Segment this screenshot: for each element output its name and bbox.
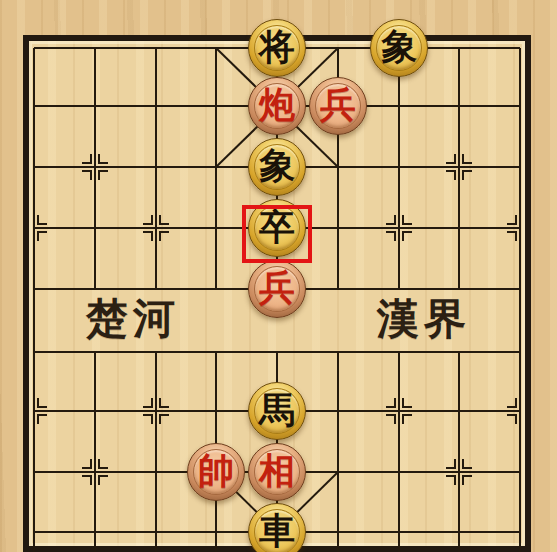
piece-glyph: 帥	[198, 453, 234, 489]
river-label-chu-he: 楚河	[86, 297, 180, 341]
piece-glyph: 兵	[259, 270, 295, 306]
xiangqi-board: 楚河 漢界 将象炮兵象卒兵馬帥相車	[0, 0, 557, 552]
last-move-highlight-box	[242, 205, 312, 263]
piece-glyph: 車	[259, 513, 295, 549]
piece-glyph: 馬	[259, 392, 295, 428]
piece-black-chariot[interactable]: 車	[248, 503, 306, 552]
piece-black-horse[interactable]: 馬	[248, 382, 306, 440]
piece-glyph: 象	[259, 148, 295, 184]
piece-face: 象	[376, 25, 422, 71]
piece-red-soldier-e[interactable]: 兵	[248, 260, 306, 318]
piece-red-cannon[interactable]: 炮	[248, 77, 306, 135]
piece-face: 将	[254, 25, 300, 71]
piece-black-elephant-center[interactable]: 象	[248, 138, 306, 196]
piece-red-soldier-f[interactable]: 兵	[309, 77, 367, 135]
piece-black-general[interactable]: 将	[248, 19, 306, 77]
piece-face: 兵	[315, 83, 361, 129]
piece-glyph: 将	[259, 29, 295, 65]
piece-glyph: 炮	[259, 87, 295, 123]
piece-face: 馬	[254, 388, 300, 434]
piece-face: 兵	[254, 266, 300, 312]
piece-face: 象	[254, 144, 300, 190]
piece-face: 車	[254, 509, 300, 552]
piece-glyph: 兵	[320, 87, 356, 123]
piece-face: 相	[254, 449, 300, 495]
river-label-han-jie: 漢界	[377, 297, 471, 341]
piece-glyph: 象	[381, 29, 417, 65]
piece-face: 帥	[193, 449, 239, 495]
piece-glyph: 相	[259, 453, 295, 489]
piece-face: 炮	[254, 83, 300, 129]
piece-black-elephant-right[interactable]: 象	[370, 19, 428, 77]
piece-red-elephant[interactable]: 相	[248, 443, 306, 501]
piece-red-general[interactable]: 帥	[187, 443, 245, 501]
